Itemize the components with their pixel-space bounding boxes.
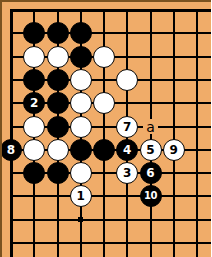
move-5-white-stone: 5 bbox=[140, 139, 162, 161]
grid-line-horizontal bbox=[10, 195, 212, 197]
move-number: 6 bbox=[146, 167, 154, 179]
black-stone bbox=[23, 162, 45, 184]
black-stone bbox=[23, 69, 45, 91]
board-edge-top-line bbox=[10, 9, 212, 12]
point-label-a: a bbox=[143, 119, 158, 134]
black-stone bbox=[23, 22, 45, 44]
white-stone bbox=[23, 139, 45, 161]
move-10-black-stone: 10 bbox=[140, 185, 162, 207]
move-number: 2 bbox=[30, 97, 38, 109]
move-number: 8 bbox=[7, 144, 15, 156]
white-stone bbox=[47, 139, 69, 161]
grid-line-horizontal bbox=[10, 219, 212, 221]
move-4-black-stone: 4 bbox=[116, 139, 138, 161]
black-stone bbox=[47, 69, 69, 91]
white-stone bbox=[70, 162, 92, 184]
black-stone bbox=[93, 139, 115, 161]
black-stone bbox=[70, 139, 92, 161]
move-7-white-stone: 7 bbox=[116, 116, 138, 138]
move-number: 10 bbox=[144, 191, 157, 201]
black-stone bbox=[47, 116, 69, 138]
move-2-black-stone: 2 bbox=[23, 92, 45, 114]
black-stone bbox=[70, 22, 92, 44]
move-3-white-stone: 3 bbox=[116, 162, 138, 184]
move-1-white-stone: 1 bbox=[70, 185, 92, 207]
diagram-frame-top bbox=[0, 0, 211, 2]
move-number: 9 bbox=[170, 144, 178, 156]
white-stone bbox=[70, 116, 92, 138]
white-stone bbox=[93, 46, 115, 68]
move-9-white-stone: 9 bbox=[163, 139, 185, 161]
grid-line-horizontal bbox=[10, 242, 212, 244]
move-number: 1 bbox=[77, 190, 85, 202]
black-stone bbox=[47, 22, 69, 44]
white-stone bbox=[23, 116, 45, 138]
black-stone bbox=[70, 46, 92, 68]
black-stone bbox=[47, 162, 69, 184]
move-number: 4 bbox=[123, 144, 131, 156]
move-number: 3 bbox=[123, 167, 131, 179]
move-number: 5 bbox=[146, 144, 154, 156]
move-number: 7 bbox=[123, 121, 131, 133]
go-board: a27845936110 bbox=[0, 0, 211, 257]
move-8-black-stone: 8 bbox=[0, 139, 22, 161]
move-6-black-stone: 6 bbox=[140, 162, 162, 184]
diagram-frame-left bbox=[0, 0, 2, 257]
white-stone bbox=[116, 69, 138, 91]
hoshi-point bbox=[78, 217, 83, 222]
white-stone bbox=[47, 46, 69, 68]
white-stone bbox=[70, 92, 92, 114]
white-stone bbox=[23, 46, 45, 68]
black-stone bbox=[47, 92, 69, 114]
white-stone bbox=[93, 92, 115, 114]
white-stone bbox=[70, 69, 92, 91]
